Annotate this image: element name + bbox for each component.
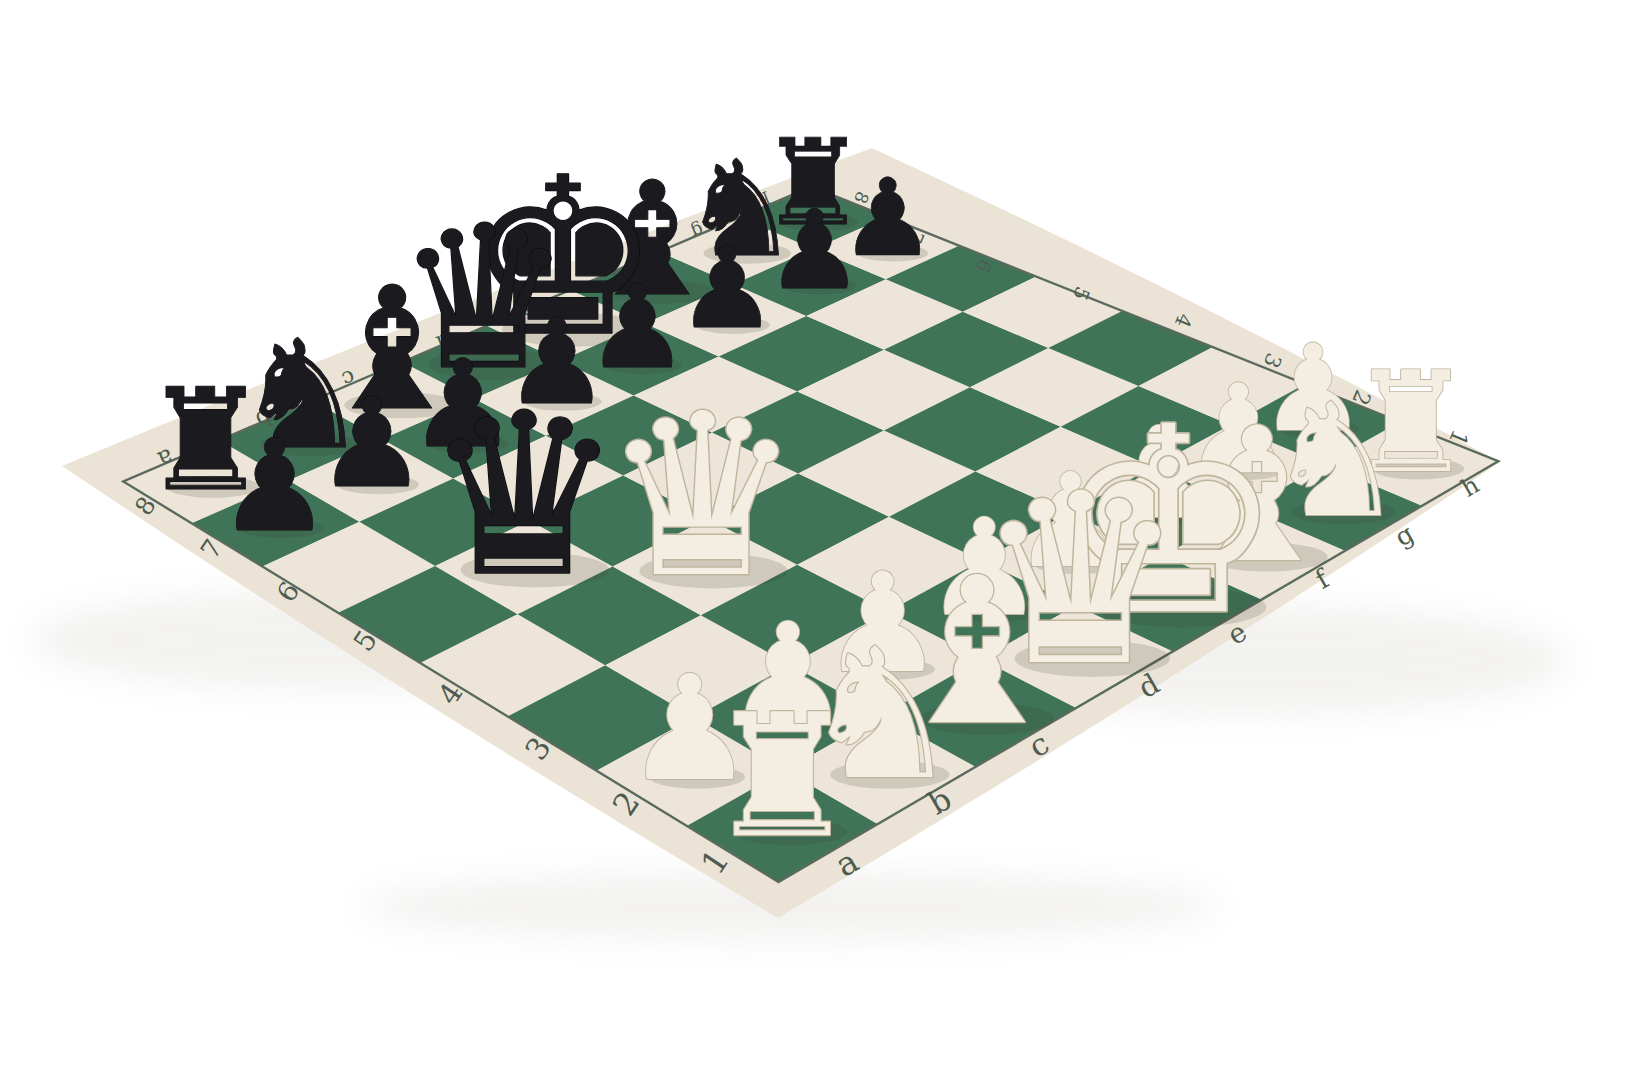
piece-black-pawn-b7: ♟ [316,371,427,515]
piece-black-pawn-a7: ♟ [218,412,332,560]
piece-white-rook-a1: ♜ [706,677,858,875]
chess-set-photo: aabbccddeeffgghh1122334455667788♜♟♞♟♝♟♚♟… [0,0,1632,1084]
piece-black-queen-b5: ♛ [423,365,624,626]
chessboard: aabbccddeeffgghh1122334455667788♜♟♞♟♝♟♚♟… [0,0,1632,1084]
piece-white-queen-c4: ♛ [602,366,803,627]
piece-black-pawn-g7: ♟ [765,186,863,314]
piece-black-pawn-f7: ♟ [677,223,778,354]
